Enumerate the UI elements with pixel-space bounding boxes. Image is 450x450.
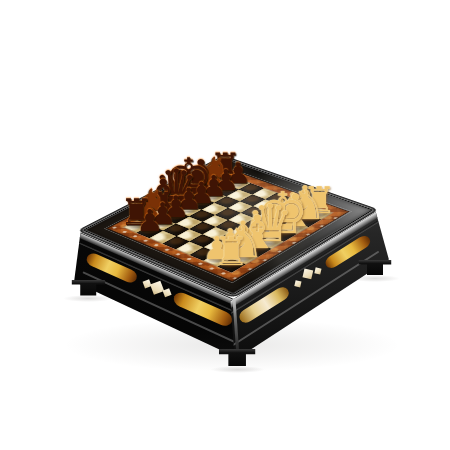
piece-shadow <box>308 212 331 218</box>
piece-shadow <box>296 207 314 212</box>
piece-shadow <box>140 230 159 235</box>
piece-shadow <box>125 224 148 230</box>
piece-shadow <box>192 203 210 208</box>
piece-shadow <box>207 258 227 263</box>
piece-shadow <box>229 183 247 188</box>
ivory-diamond-inlay <box>302 268 313 279</box>
amber-chess-set-photo: ♜♞♝♛♚♝♞♜♟♟♟♟♟♟♟♟♟♟♟♟♟♟♟♟♜♞♝♛♚♝♞♜ <box>0 0 450 450</box>
piece-shadow <box>153 223 172 228</box>
ivory-diamond-inlay <box>162 288 171 297</box>
piece-shadow <box>205 196 223 201</box>
ivory-diamond-inlay <box>294 280 302 288</box>
piece-shadow <box>231 255 258 262</box>
piece-shadow <box>217 189 235 194</box>
piece-shadow <box>167 216 185 221</box>
piece-shadow <box>179 209 197 214</box>
piece-shadow <box>295 218 321 225</box>
ivory-diamond-inlay <box>314 268 321 275</box>
